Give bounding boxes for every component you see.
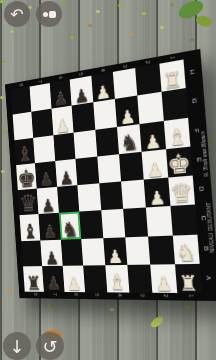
square-f3[interactable]: ♞ bbox=[117, 124, 142, 154]
square-b4[interactable]: ♟ bbox=[103, 237, 127, 265]
square-g8[interactable] bbox=[13, 112, 34, 140]
square-d2[interactable]: ♟ bbox=[144, 178, 170, 208]
square-h4[interactable]: ♟ bbox=[91, 72, 115, 103]
level-text: NIVEAU DEBUTANT bbox=[203, 185, 216, 270]
square-h2[interactable] bbox=[135, 64, 161, 96]
square-b1[interactable]: ♞ bbox=[172, 234, 199, 264]
down-arrow-icon: ↓ bbox=[9, 336, 24, 357]
square-c6[interactable]: ♞ bbox=[59, 212, 82, 239]
square-c3[interactable] bbox=[123, 208, 148, 237]
square-a7[interactable]: ♟ bbox=[42, 266, 64, 292]
square-h7[interactable] bbox=[30, 83, 51, 112]
square-b2[interactable] bbox=[148, 235, 174, 264]
down-button[interactable]: ↓ bbox=[3, 332, 31, 360]
flag-button[interactable] bbox=[36, 1, 62, 27]
square-c4[interactable] bbox=[101, 209, 125, 238]
square-b8[interactable] bbox=[21, 240, 42, 266]
square-g2[interactable] bbox=[138, 92, 164, 123]
square-e8[interactable]: ♚ bbox=[16, 163, 37, 190]
black-queen[interactable]: ♛ bbox=[18, 193, 39, 217]
leaf bbox=[195, 13, 214, 29]
rotate-icon: ↺ bbox=[42, 336, 57, 357]
square-g1[interactable] bbox=[161, 88, 188, 120]
square-e3[interactable] bbox=[119, 152, 144, 182]
board-frame: ♟♟♟♜♟♟♝♞♟♝♚♟♟♟♚♛♟♟♛♝♟♞♟♟♞♜♟♟♝♟♜ HGFEDCBA… bbox=[5, 49, 216, 301]
square-h5[interactable]: ♟ bbox=[70, 76, 93, 106]
square-e1[interactable]: ♚ bbox=[166, 146, 193, 177]
square-e6[interactable]: ♟ bbox=[55, 159, 77, 187]
square-a2[interactable]: ♟ bbox=[150, 264, 176, 293]
square-a3[interactable] bbox=[127, 264, 152, 292]
square-c1[interactable] bbox=[170, 205, 197, 235]
square-f4[interactable] bbox=[95, 127, 119, 157]
black-rook[interactable]: ♜ bbox=[24, 274, 45, 293]
square-h1[interactable]: ♜ bbox=[159, 59, 186, 92]
undo-icon: ↶ bbox=[10, 5, 23, 24]
square-b5[interactable] bbox=[81, 238, 105, 266]
file-label-h: H bbox=[188, 66, 195, 78]
square-b6[interactable] bbox=[61, 238, 84, 265]
square-h3[interactable] bbox=[113, 68, 138, 99]
white-queen[interactable]: ♛ bbox=[168, 180, 195, 207]
square-e5[interactable] bbox=[76, 156, 99, 185]
square-d1[interactable]: ♛ bbox=[168, 175, 195, 206]
square-f2[interactable]: ♟ bbox=[140, 120, 166, 151]
undo-button[interactable]: ↶ bbox=[4, 1, 30, 27]
square-f7[interactable] bbox=[33, 135, 55, 163]
square-d5[interactable] bbox=[77, 183, 100, 211]
square-g3[interactable]: ♟ bbox=[115, 96, 140, 127]
app-screen: ♟♟♟♜♟♟♝♞♟♝♚♟♟♟♚♛♟♟♛♝♟♞♟♟♞♜♟♟♝♟♜ HGFEDCBA… bbox=[0, 0, 216, 360]
square-d8[interactable]: ♛ bbox=[18, 189, 39, 216]
square-h6[interactable]: ♟ bbox=[49, 80, 71, 109]
file-label-g: G bbox=[191, 95, 198, 107]
square-a8[interactable]: ♜ bbox=[23, 266, 44, 292]
black-king[interactable]: ♚ bbox=[16, 166, 37, 191]
square-d7[interactable]: ♟ bbox=[37, 187, 59, 214]
square-g6[interactable]: ♟ bbox=[51, 106, 73, 135]
square-a1[interactable]: ♜ bbox=[175, 264, 202, 294]
square-e7[interactable]: ♟ bbox=[35, 161, 57, 189]
square-b3[interactable] bbox=[125, 236, 150, 265]
square-b7[interactable]: ♟ bbox=[41, 239, 63, 266]
square-d6[interactable] bbox=[57, 185, 80, 213]
square-e2[interactable]: ♟ bbox=[142, 149, 168, 180]
square-a5[interactable] bbox=[83, 265, 107, 292]
leaves-bottom bbox=[0, 0, 4, 3]
board-grid: ♟♟♟♜♟♟♝♞♟♝♚♟♟♟♚♛♟♟♛♝♟♞♟♟♞♜♟♟♝♟♜ bbox=[11, 59, 202, 293]
white-pawn[interactable]: ♟ bbox=[63, 275, 85, 293]
square-f1[interactable]: ♝ bbox=[163, 117, 190, 149]
white-bishop[interactable]: ♝ bbox=[105, 272, 129, 294]
chess-board: ♟♟♟♜♟♟♝♞♟♝♚♟♟♟♚♛♟♟♛♝♟♞♟♟♞♜♟♟♝♟♜ HGFEDCBA… bbox=[5, 49, 216, 301]
square-h8[interactable] bbox=[11, 87, 32, 115]
black-pawn[interactable]: ♟ bbox=[43, 276, 64, 293]
square-d3[interactable] bbox=[121, 180, 146, 210]
square-g5[interactable] bbox=[72, 103, 95, 133]
white-king[interactable]: ♚ bbox=[166, 150, 193, 179]
file-label-a: A bbox=[205, 272, 213, 283]
white-pawn[interactable]: ♟ bbox=[151, 275, 177, 294]
square-f6[interactable] bbox=[53, 132, 75, 161]
square-d4[interactable] bbox=[99, 181, 123, 210]
square-c2[interactable] bbox=[146, 206, 172, 236]
square-a6[interactable]: ♟ bbox=[62, 265, 85, 292]
square-g4[interactable] bbox=[93, 99, 117, 129]
black-knight[interactable]: ♞ bbox=[59, 219, 81, 240]
square-e4[interactable] bbox=[97, 154, 121, 183]
square-c5[interactable] bbox=[79, 210, 102, 238]
leaf bbox=[149, 315, 165, 329]
square-f8[interactable]: ♝ bbox=[14, 137, 35, 165]
black-bishop[interactable]: ♝ bbox=[20, 221, 41, 242]
square-a4[interactable]: ♝ bbox=[105, 265, 129, 293]
square-c7[interactable]: ♟ bbox=[39, 213, 61, 240]
square-f5[interactable] bbox=[74, 129, 97, 158]
black-pawn[interactable]: ♟ bbox=[41, 249, 62, 267]
rotate-button[interactable]: ↺ bbox=[36, 332, 64, 360]
square-c8[interactable]: ♝ bbox=[20, 214, 41, 241]
white-pawn[interactable]: ♟ bbox=[104, 247, 128, 266]
white-rook[interactable]: ♜ bbox=[175, 273, 202, 295]
white-knight[interactable]: ♞ bbox=[173, 242, 200, 265]
flag-icon bbox=[43, 11, 56, 18]
black-pawn[interactable]: ♟ bbox=[39, 223, 60, 241]
square-g7[interactable] bbox=[32, 109, 54, 137]
